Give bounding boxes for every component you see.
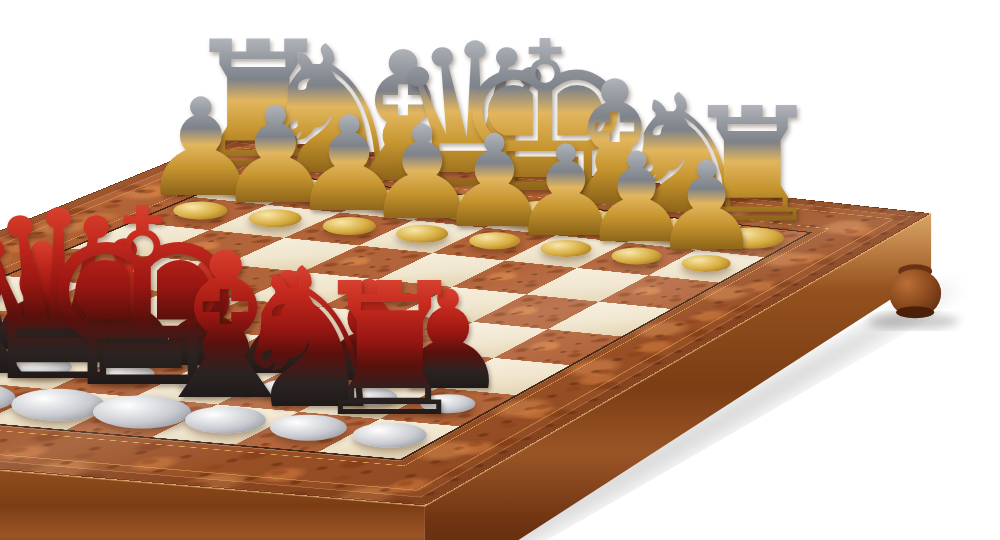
bun-foot-base xyxy=(896,306,934,318)
product-photo-scene: ♜♞♝♛♚♝♞♜♟♟♟♟♟♟♟♟♟♟♟♟♟♟♟♟♜♞♝♛♚♝♞♜ xyxy=(0,0,1000,540)
